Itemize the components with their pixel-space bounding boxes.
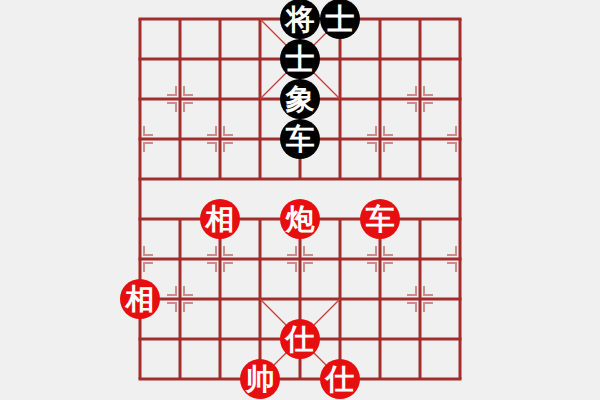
piece-red-general[interactable]: 帅 [240,359,280,399]
xiangqi-board: 将士士象车相炮车相仕帅仕 [0,0,600,400]
piece-red-advisor[interactable]: 仕 [280,319,320,359]
piece-black-advisor[interactable]: 士 [320,0,360,39]
piece-red-elephant[interactable]: 相 [120,279,160,319]
piece-black-advisor[interactable]: 士 [280,39,320,79]
piece-red-chariot[interactable]: 车 [360,199,400,239]
pieces-layer: 将士士象车相炮车相仕帅仕 [120,0,480,399]
piece-red-advisor[interactable]: 仕 [320,359,360,399]
piece-black-general[interactable]: 将 [280,0,320,39]
piece-red-cannon[interactable]: 炮 [280,199,320,239]
piece-black-chariot[interactable]: 车 [280,119,320,159]
piece-black-elephant[interactable]: 象 [280,79,320,119]
piece-red-elephant[interactable]: 相 [200,199,240,239]
